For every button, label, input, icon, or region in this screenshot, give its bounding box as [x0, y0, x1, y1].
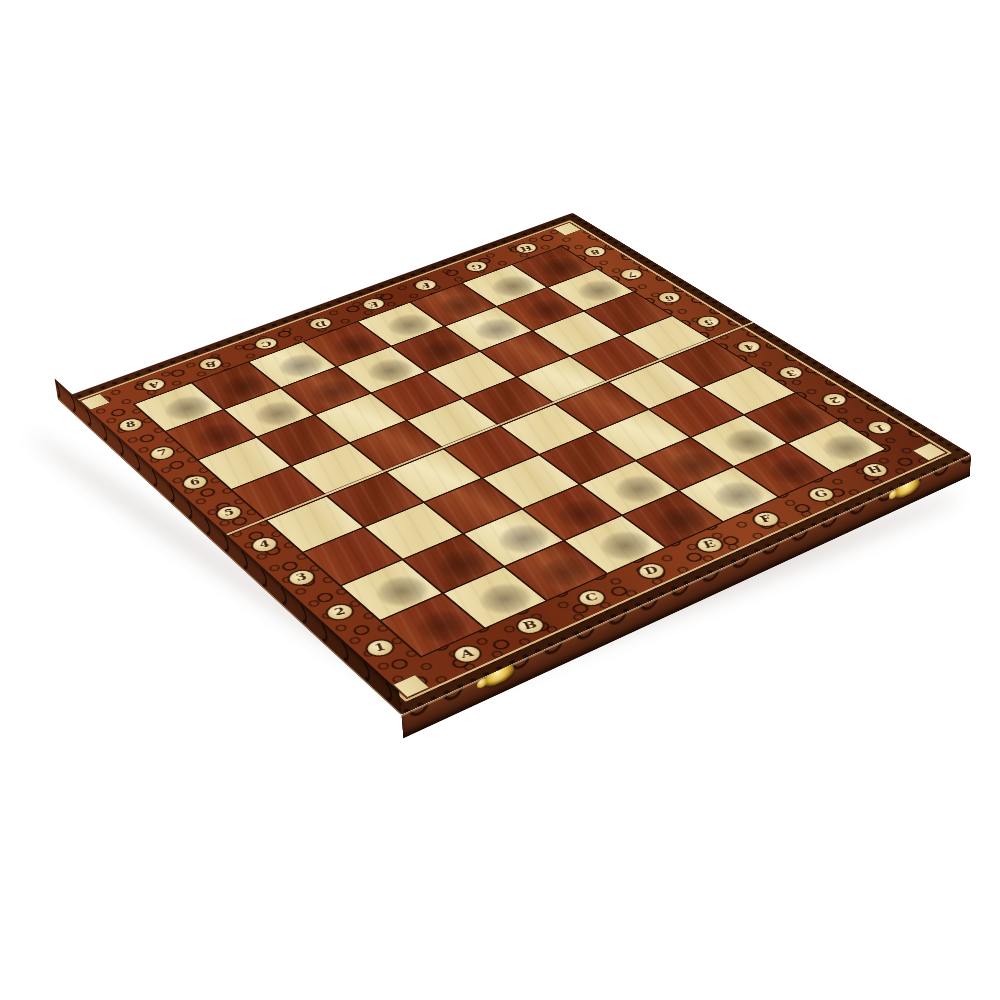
- chess-board[interactable]: AABBCCDDEEFFGGHH1122334455667788 ♜♞♝♛♚♝♞…: [58, 213, 971, 715]
- rook-glyph: ♜: [326, 481, 531, 637]
- product-photo-scene: AABBCCDDEEFFGGHH1122334455667788 ♜♞♝♛♚♝♞…: [0, 0, 1000, 1000]
